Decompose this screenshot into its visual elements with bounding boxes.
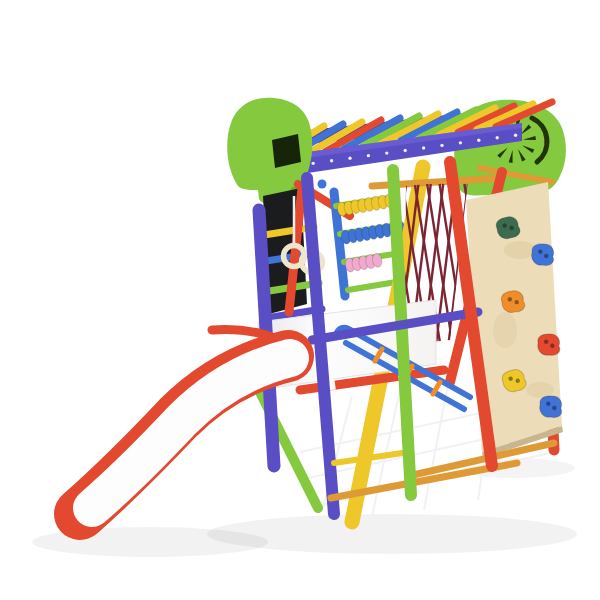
- screw-dot: [459, 141, 462, 144]
- screw-dot: [404, 149, 407, 152]
- screw-dot: [440, 144, 443, 147]
- climbing-hold: [537, 333, 561, 356]
- play-gym-illustration: [0, 0, 600, 600]
- screw-dot: [348, 157, 351, 160]
- product-photo-play-gym: [0, 0, 600, 600]
- screw-dot: [312, 162, 315, 165]
- screw-dot: [330, 159, 333, 162]
- screw-dot: [367, 154, 370, 157]
- screw-dot: [496, 136, 499, 139]
- screw-dot: [477, 139, 480, 142]
- screw-dot: [422, 146, 425, 149]
- elephant-slot: [272, 134, 301, 168]
- screw-dot: [514, 133, 517, 136]
- trapeze-cap: [318, 180, 327, 189]
- screw-dot: [385, 151, 388, 154]
